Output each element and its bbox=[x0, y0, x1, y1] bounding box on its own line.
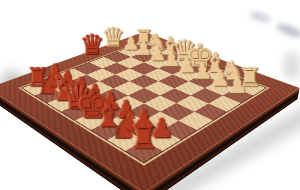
boxwood-p-h2-glyph: ♟ bbox=[228, 75, 248, 98]
chess-board: ♜♞♝♛♚♝♞♜♟♟♟♟♟♟♟♟♟♟♟♟♟♟♟♟♜♞♝♛♚♝♞♜♛♛ bbox=[0, 32, 300, 190]
red-r-h8-glyph: ♜ bbox=[129, 121, 158, 154]
scene: ♜♞♝♛♚♝♞♜♟♟♟♟♟♟♟♟♟♟♟♟♟♟♟♟♜♞♝♛♚♝♞♜♛♛ bbox=[0, 0, 300, 190]
extra-red-q-glyph: ♛ bbox=[80, 31, 105, 59]
chess-set-photo: ♜♞♝♛♚♝♞♜♟♟♟♟♟♟♟♟♟♟♟♟♟♟♟♟♜♞♝♛♚♝♞♜♛♛ bbox=[0, 0, 300, 190]
